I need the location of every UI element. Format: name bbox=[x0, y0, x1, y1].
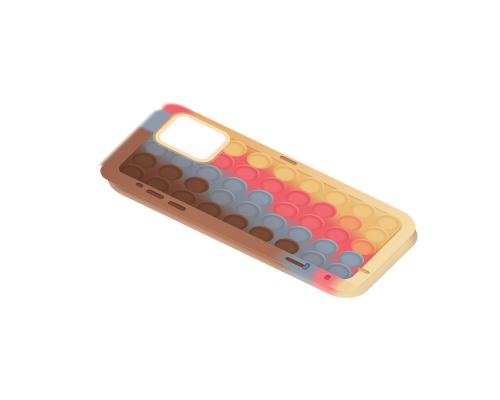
product-photo bbox=[0, 0, 500, 400]
end-wall-cutout bbox=[357, 267, 371, 275]
case-top-face bbox=[94, 100, 425, 296]
